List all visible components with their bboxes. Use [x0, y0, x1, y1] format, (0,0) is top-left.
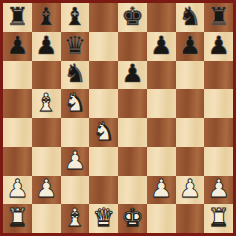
square-g6[interactable] [176, 61, 205, 90]
square-b5[interactable]: ♝ [32, 89, 61, 118]
black-pawn-piece[interactable]: ♟ [6, 33, 28, 58]
white-rook-piece[interactable]: ♜ [207, 205, 229, 230]
square-c7[interactable]: ♛ [61, 32, 90, 61]
white-pawn-piece[interactable]: ♟ [207, 176, 229, 201]
white-pawn-piece[interactable]: ♟ [64, 148, 86, 173]
square-d5[interactable] [89, 89, 118, 118]
square-b7[interactable]: ♟ [32, 32, 61, 61]
black-pawn-piece[interactable]: ♟ [35, 33, 57, 58]
black-queen-piece[interactable]: ♛ [64, 33, 86, 58]
square-a7[interactable]: ♟ [3, 32, 32, 61]
square-g7[interactable]: ♟ [176, 32, 205, 61]
square-f7[interactable]: ♟ [147, 32, 176, 61]
square-e7[interactable] [118, 32, 147, 61]
black-rook-piece[interactable]: ♜ [207, 4, 229, 29]
black-bishop-piece[interactable]: ♝ [64, 4, 86, 29]
square-f5[interactable] [147, 89, 176, 118]
black-pawn-piece[interactable]: ♟ [150, 33, 172, 58]
square-a8[interactable]: ♜ [3, 3, 32, 32]
square-c2[interactable] [61, 176, 90, 205]
square-a4[interactable] [3, 118, 32, 147]
square-g8[interactable]: ♞ [176, 3, 205, 32]
square-d1[interactable]: ♛ [89, 204, 118, 233]
square-h2[interactable]: ♟ [204, 176, 233, 205]
black-king-piece[interactable]: ♚ [121, 4, 143, 29]
black-rook-piece[interactable]: ♜ [6, 4, 28, 29]
square-h3[interactable] [204, 147, 233, 176]
square-e4[interactable] [118, 118, 147, 147]
black-pawn-piece[interactable]: ♟ [121, 61, 143, 86]
square-g4[interactable] [176, 118, 205, 147]
square-h6[interactable] [204, 61, 233, 90]
square-e5[interactable] [118, 89, 147, 118]
square-f2[interactable]: ♟ [147, 176, 176, 205]
square-c4[interactable] [61, 118, 90, 147]
square-d3[interactable] [89, 147, 118, 176]
black-pawn-piece[interactable]: ♟ [179, 33, 201, 58]
white-knight-piece[interactable]: ♞ [64, 90, 86, 115]
chess-board: ♜♝♝♚♞♜♟♟♛♟♟♟♞♟♝♞♞♟♟♟♟♟♟♜♝♛♚♜ [3, 3, 233, 233]
square-a5[interactable] [3, 89, 32, 118]
square-e8[interactable]: ♚ [118, 3, 147, 32]
square-h8[interactable]: ♜ [204, 3, 233, 32]
square-g1[interactable] [176, 204, 205, 233]
square-h7[interactable]: ♟ [204, 32, 233, 61]
black-knight-piece[interactable]: ♞ [179, 4, 201, 29]
square-f6[interactable] [147, 61, 176, 90]
square-e1[interactable]: ♚ [118, 204, 147, 233]
white-pawn-piece[interactable]: ♟ [35, 176, 57, 201]
square-g3[interactable] [176, 147, 205, 176]
white-king-piece[interactable]: ♚ [121, 205, 143, 230]
square-f3[interactable] [147, 147, 176, 176]
square-e3[interactable] [118, 147, 147, 176]
white-bishop-piece[interactable]: ♝ [64, 205, 86, 230]
square-f8[interactable] [147, 3, 176, 32]
board-frame: ♜♝♝♚♞♜♟♟♛♟♟♟♞♟♝♞♞♟♟♟♟♟♟♜♝♛♚♜ [0, 0, 236, 236]
white-pawn-piece[interactable]: ♟ [179, 176, 201, 201]
square-b3[interactable] [32, 147, 61, 176]
square-c6[interactable]: ♞ [61, 61, 90, 90]
square-c8[interactable]: ♝ [61, 3, 90, 32]
square-a1[interactable]: ♜ [3, 204, 32, 233]
square-e2[interactable] [118, 176, 147, 205]
square-e6[interactable]: ♟ [118, 61, 147, 90]
square-d6[interactable] [89, 61, 118, 90]
square-g2[interactable]: ♟ [176, 176, 205, 205]
square-b1[interactable] [32, 204, 61, 233]
square-b8[interactable]: ♝ [32, 3, 61, 32]
white-queen-piece[interactable]: ♛ [92, 205, 114, 230]
white-rook-piece[interactable]: ♜ [6, 205, 28, 230]
square-f4[interactable] [147, 118, 176, 147]
square-d8[interactable] [89, 3, 118, 32]
black-pawn-piece[interactable]: ♟ [207, 33, 229, 58]
black-knight-piece[interactable]: ♞ [64, 61, 86, 86]
square-b2[interactable]: ♟ [32, 176, 61, 205]
square-c5[interactable]: ♞ [61, 89, 90, 118]
white-pawn-piece[interactable]: ♟ [6, 176, 28, 201]
square-g5[interactable] [176, 89, 205, 118]
square-f1[interactable] [147, 204, 176, 233]
white-pawn-piece[interactable]: ♟ [150, 176, 172, 201]
white-knight-piece[interactable]: ♞ [92, 119, 114, 144]
square-a2[interactable]: ♟ [3, 176, 32, 205]
square-c1[interactable]: ♝ [61, 204, 90, 233]
square-d2[interactable] [89, 176, 118, 205]
square-b6[interactable] [32, 61, 61, 90]
square-a6[interactable] [3, 61, 32, 90]
square-a3[interactable] [3, 147, 32, 176]
black-bishop-piece[interactable]: ♝ [35, 4, 57, 29]
white-bishop-piece[interactable]: ♝ [35, 90, 57, 115]
square-d7[interactable] [89, 32, 118, 61]
square-h4[interactable] [204, 118, 233, 147]
square-h5[interactable] [204, 89, 233, 118]
square-c3[interactable]: ♟ [61, 147, 90, 176]
square-h1[interactable]: ♜ [204, 204, 233, 233]
square-b4[interactable] [32, 118, 61, 147]
square-d4[interactable]: ♞ [89, 118, 118, 147]
